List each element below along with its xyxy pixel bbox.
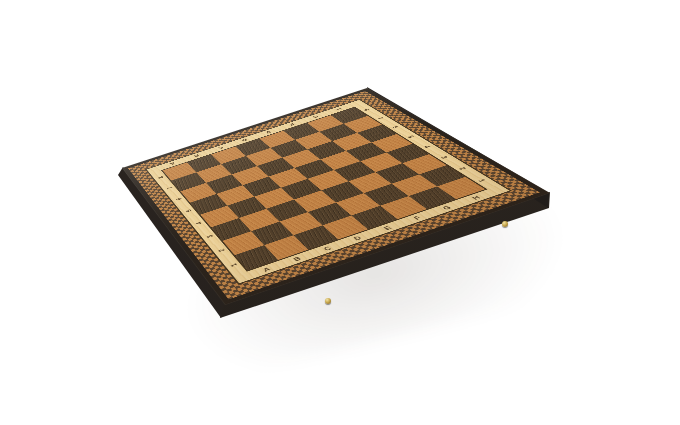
brass-pin-icon	[325, 298, 331, 304]
product-photo-canvas: ABCDEFGH ABCDEFGH 87654321 87654321	[0, 0, 680, 425]
brass-pin-icon	[502, 221, 508, 227]
